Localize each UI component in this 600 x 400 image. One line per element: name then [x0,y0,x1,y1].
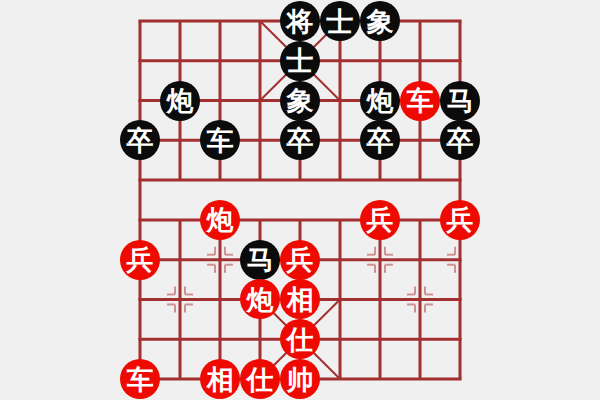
piece-red-soldier[interactable]: 兵 [280,240,320,280]
piece-black-cannon[interactable]: 炮 [360,81,400,121]
piece-red-advisor[interactable]: 仕 [280,319,320,359]
piece-black-advisor[interactable]: 士 [280,41,320,81]
xiangqi-board: 将士象士炮象炮车马卒车卒卒卒炮兵兵兵马兵炮相仕车相仕帅 [0,0,600,400]
piece-red-soldier[interactable]: 兵 [440,200,480,240]
piece-black-cannon[interactable]: 炮 [160,81,200,121]
piece-black-elephant[interactable]: 象 [280,81,320,121]
piece-red-soldier[interactable]: 兵 [360,200,400,240]
piece-black-general[interactable]: 将 [280,1,320,41]
piece-red-cannon[interactable]: 炮 [200,200,240,240]
piece-black-advisor[interactable]: 士 [320,1,360,41]
xiangqi-app: 将士象士炮象炮车马卒车卒卒卒炮兵兵兵马兵炮相仕车相仕帅 [0,0,600,400]
piece-black-horse[interactable]: 马 [240,240,280,280]
piece-red-advisor[interactable]: 仕 [240,359,280,399]
piece-black-horse[interactable]: 马 [440,81,480,121]
piece-red-soldier[interactable]: 兵 [120,240,160,280]
piece-red-general[interactable]: 帅 [280,359,320,399]
piece-red-chariot[interactable]: 车 [400,81,440,121]
piece-red-chariot[interactable]: 车 [120,359,160,399]
piece-black-elephant[interactable]: 象 [360,1,400,41]
piece-red-elephant[interactable]: 相 [200,359,240,399]
